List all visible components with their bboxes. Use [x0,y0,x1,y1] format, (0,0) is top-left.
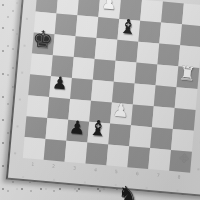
square-d7 [96,17,119,40]
square-c7 [76,15,99,38]
square-g7 [159,23,182,46]
edge-label-8: 8 [168,174,189,181]
square-f8 [140,0,163,23]
square-c6 [74,36,97,59]
square-h4 [175,87,198,110]
square-b3 [47,97,70,120]
square-e7: ♝ [117,19,140,42]
square-c8 [77,0,100,17]
square-h3 [173,108,196,131]
board-grid: ♟♝♚♜♟♟♟♝ [23,0,200,173]
square-a6: ♚ [32,32,55,55]
square-c4 [70,78,93,101]
square-f3 [131,104,154,127]
square-g1 [148,148,171,171]
black-pawn: ♟ [52,74,69,92]
square-f5 [135,63,158,86]
square-b6 [53,34,76,57]
square-a4 [28,74,51,97]
square-e6 [116,40,139,63]
square-f2 [129,125,152,148]
square-g8 [161,2,184,25]
square-f6 [137,42,160,65]
edge-label-4: 4 [85,166,106,173]
white-pawn: ♟ [101,0,118,13]
chess-mat: ♟♝♚♜♟♟♟♝ 12345678 CHACHETE ❖ [6,0,200,198]
square-h8 [182,3,200,26]
captured-black-knight: ♞ [116,181,138,200]
white-rook: ♜ [178,63,197,83]
square-a3 [26,95,49,118]
square-e1 [106,144,129,167]
black-king: ♚ [31,27,54,52]
square-b7 [55,13,78,36]
edge-label-6: 6 [127,170,148,177]
square-e2 [108,123,131,146]
black-pawn: ♟ [68,117,86,136]
edge-label-2: 2 [43,163,64,170]
square-d6 [95,38,118,61]
square-c1 [65,141,88,164]
edge-label-3: 3 [64,165,85,172]
corner-ornament-icon: ❖ [178,151,191,167]
edge-label-5: 5 [106,168,127,175]
square-g5 [156,64,179,87]
square-a1 [23,137,46,160]
square-f1 [127,146,150,169]
square-g2 [150,127,173,150]
black-bishop: ♝ [118,15,138,36]
photo-frame: ♟♝♚♜♟♟♟♝ 12345678 CHACHETE ❖ ♞ [0,0,200,200]
white-pawn: ♟ [112,100,130,119]
square-b4: ♟ [49,76,72,99]
square-h2 [171,129,194,152]
square-e3: ♟ [110,103,133,126]
edge-label-1: 1 [22,161,43,168]
square-f7 [138,21,161,44]
square-d2: ♝ [87,122,110,145]
square-d1 [86,143,109,166]
square-b1 [44,139,67,162]
square-a5 [30,53,53,76]
square-e5 [114,61,137,84]
square-g3 [152,106,175,129]
square-g4 [154,85,177,108]
square-c5 [72,57,95,80]
square-g6 [157,43,180,66]
black-bishop: ♝ [88,118,109,141]
square-c2: ♟ [66,120,89,143]
edge-label-7: 7 [148,172,169,179]
square-h7 [180,24,200,47]
square-f4 [133,83,156,106]
square-a2 [25,116,48,139]
square-d5 [93,59,116,82]
square-h5: ♜ [177,66,200,89]
square-d8: ♟ [98,0,121,19]
square-d4 [91,80,114,103]
square-b2 [46,118,69,141]
